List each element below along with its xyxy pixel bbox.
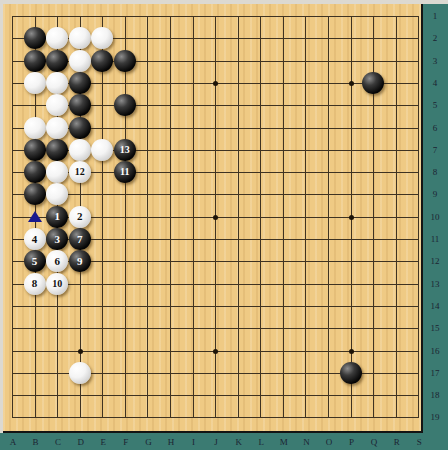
star-point: [78, 349, 83, 354]
row-label: 6: [427, 123, 443, 133]
star-point: [213, 81, 218, 86]
black-stone[interactable]: [46, 50, 68, 72]
white-stone[interactable]: [91, 27, 113, 49]
white-stone[interactable]: 10: [46, 273, 68, 295]
star-point: [349, 81, 354, 86]
grid-line-horizontal: [12, 328, 419, 329]
star-point: [213, 215, 218, 220]
white-stone[interactable]: [46, 117, 68, 139]
column-label: S: [413, 437, 425, 447]
white-stone[interactable]: 6: [46, 250, 68, 272]
row-label: 19: [427, 412, 443, 422]
grid-line-horizontal: [12, 306, 419, 307]
black-stone[interactable]: [69, 117, 91, 139]
row-label: 13: [427, 279, 443, 289]
go-diagram-window: 13121112437569810 1234567891011121314151…: [0, 0, 448, 450]
column-label: P: [346, 437, 358, 447]
grid-line-horizontal: [12, 284, 419, 285]
column-label: M: [278, 437, 290, 447]
white-stone[interactable]: [69, 50, 91, 72]
row-label: 9: [427, 189, 443, 199]
star-point: [349, 215, 354, 220]
star-point: [213, 349, 218, 354]
black-stone[interactable]: [362, 72, 384, 94]
black-stone[interactable]: [24, 27, 46, 49]
row-label: 10: [427, 212, 443, 222]
white-stone[interactable]: 12: [69, 161, 91, 183]
grid-line-vertical: [396, 16, 397, 418]
white-stone[interactable]: [24, 72, 46, 94]
black-stone[interactable]: [114, 50, 136, 72]
black-stone[interactable]: 9: [69, 250, 91, 272]
black-stone[interactable]: [340, 362, 362, 384]
move-number: 7: [77, 234, 83, 245]
column-label: F: [120, 437, 132, 447]
black-stone[interactable]: 11: [114, 161, 136, 183]
black-stone[interactable]: [24, 139, 46, 161]
column-label: L: [255, 437, 267, 447]
row-label: 3: [427, 56, 443, 66]
row-label: 12: [427, 256, 443, 266]
row-label: 14: [427, 301, 443, 311]
move-number: 6: [54, 256, 60, 267]
grid-line-horizontal: [12, 395, 419, 396]
column-label: O: [323, 437, 335, 447]
black-stone[interactable]: 1: [46, 206, 68, 228]
black-stone[interactable]: [46, 139, 68, 161]
black-stone[interactable]: 3: [46, 228, 68, 250]
white-stone[interactable]: [69, 362, 91, 384]
row-label: 7: [427, 145, 443, 155]
grid-line-horizontal: [12, 417, 419, 418]
white-stone[interactable]: [46, 161, 68, 183]
move-number: 10: [52, 279, 62, 289]
white-stone[interactable]: 2: [69, 206, 91, 228]
grid-line-vertical: [260, 16, 261, 418]
move-number: 12: [75, 167, 85, 177]
white-stone[interactable]: [46, 72, 68, 94]
column-label: I: [188, 437, 200, 447]
black-stone[interactable]: 13: [114, 139, 136, 161]
column-label: D: [75, 437, 87, 447]
black-stone[interactable]: [114, 94, 136, 116]
black-stone[interactable]: [24, 183, 46, 205]
column-label: H: [165, 437, 177, 447]
black-stone[interactable]: 5: [24, 250, 46, 272]
column-label: N: [300, 437, 312, 447]
row-label: 8: [427, 167, 443, 177]
grid-line-vertical: [238, 16, 239, 418]
move-number: 2: [77, 211, 83, 222]
grid-line-vertical: [418, 16, 419, 418]
row-label: 4: [427, 78, 443, 88]
column-label: Q: [368, 437, 380, 447]
row-label: 5: [427, 100, 443, 110]
white-stone[interactable]: [69, 27, 91, 49]
column-label: C: [52, 437, 64, 447]
go-board[interactable]: 13121112437569810: [3, 4, 423, 433]
row-label: 16: [427, 346, 443, 356]
column-label: B: [30, 437, 42, 447]
column-label: G: [142, 437, 154, 447]
triangle-marker: [28, 211, 42, 222]
white-stone[interactable]: [69, 139, 91, 161]
white-stone[interactable]: [46, 27, 68, 49]
row-label: 1: [427, 11, 443, 21]
star-point: [349, 349, 354, 354]
black-stone[interactable]: [69, 72, 91, 94]
row-label: 17: [427, 368, 443, 378]
column-label: A: [7, 437, 19, 447]
move-number: 3: [54, 234, 60, 245]
column-label: J: [210, 437, 222, 447]
black-stone[interactable]: [24, 161, 46, 183]
black-stone[interactable]: [91, 50, 113, 72]
grid-line-vertical: [305, 16, 306, 418]
row-coordinates-strip: 12345678910111213141516171819: [423, 4, 448, 450]
white-stone[interactable]: [91, 139, 113, 161]
column-label: R: [391, 437, 403, 447]
move-number: 9: [77, 256, 83, 267]
move-number: 5: [32, 256, 38, 267]
grid-line-vertical: [283, 16, 284, 418]
black-stone[interactable]: [69, 94, 91, 116]
white-stone[interactable]: [46, 183, 68, 205]
black-stone[interactable]: 7: [69, 228, 91, 250]
white-stone[interactable]: [24, 117, 46, 139]
grid-line-vertical: [328, 16, 329, 418]
row-label: 18: [427, 390, 443, 400]
black-stone[interactable]: [24, 50, 46, 72]
move-number: 11: [120, 167, 129, 177]
move-number: 4: [32, 234, 38, 245]
column-label: E: [97, 437, 109, 447]
white-stone[interactable]: [46, 94, 68, 116]
white-stone[interactable]: 8: [24, 273, 46, 295]
move-number: 1: [54, 211, 60, 222]
row-label: 11: [427, 234, 443, 244]
column-label: K: [233, 437, 245, 447]
move-number: 13: [120, 145, 130, 155]
row-label: 15: [427, 323, 443, 333]
column-coordinates-strip: ABCDEFGHIJKLMNOPQRS: [0, 433, 423, 450]
move-number: 8: [32, 278, 38, 289]
white-stone[interactable]: 4: [24, 228, 46, 250]
row-label: 2: [427, 33, 443, 43]
